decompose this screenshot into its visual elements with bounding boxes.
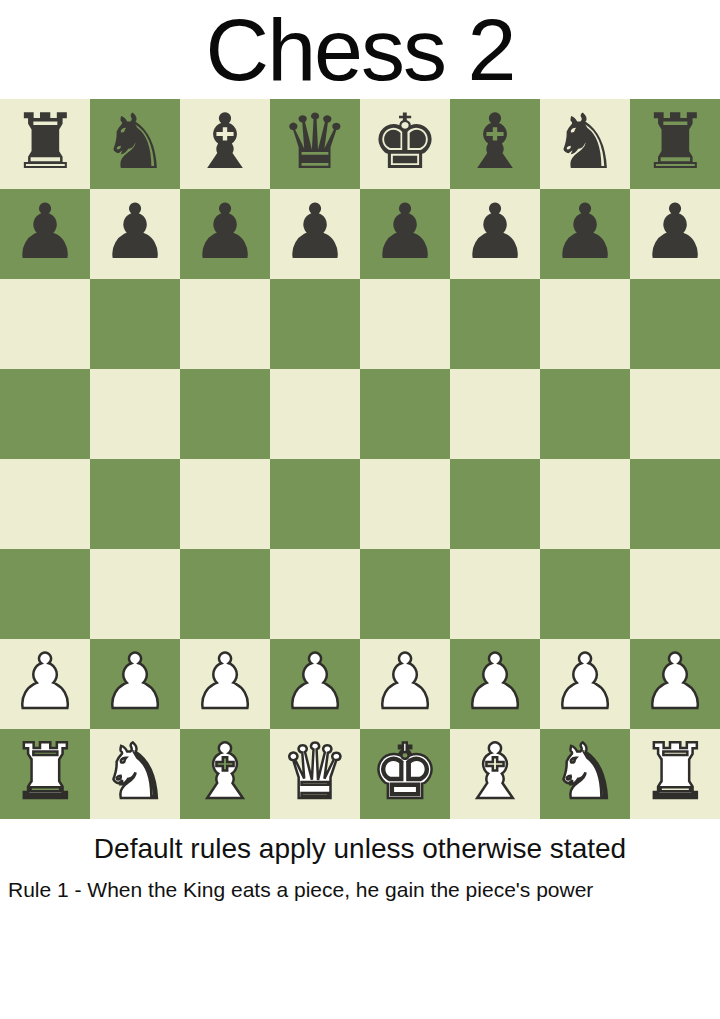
square-a3[interactable] (0, 549, 90, 639)
square-a1[interactable]: ♜ (0, 729, 90, 819)
piece-white-knight[interactable]: ♞ (551, 729, 619, 817)
square-e8[interactable]: ♚ (360, 99, 450, 189)
square-g5[interactable] (540, 369, 630, 459)
piece-black-pawn[interactable]: ♟ (281, 189, 349, 277)
piece-black-rook[interactable]: ♜ (11, 99, 79, 187)
square-c2[interactable]: ♟ (180, 639, 270, 729)
rule-1-text: Rule 1 - When the King eats a piece, he … (8, 878, 720, 902)
square-f4[interactable] (450, 459, 540, 549)
piece-black-knight[interactable]: ♞ (101, 99, 169, 187)
piece-white-rook[interactable]: ♜ (11, 729, 79, 817)
square-e5[interactable] (360, 369, 450, 459)
chess-board[interactable]: ♜♞♝♛♚♝♞♜♟♟♟♟♟♟♟♟♟♟♟♟♟♟♟♟♜♞♝♛♚♝♞♜ (0, 99, 720, 819)
piece-black-pawn[interactable]: ♟ (551, 189, 619, 277)
page-title: Chess 2 (0, 0, 720, 99)
square-a5[interactable] (0, 369, 90, 459)
square-g4[interactable] (540, 459, 630, 549)
square-d3[interactable] (270, 549, 360, 639)
square-c5[interactable] (180, 369, 270, 459)
square-f6[interactable] (450, 279, 540, 369)
square-h1[interactable]: ♜ (630, 729, 720, 819)
square-f5[interactable] (450, 369, 540, 459)
piece-black-pawn[interactable]: ♟ (461, 189, 529, 277)
square-d1[interactable]: ♛ (270, 729, 360, 819)
piece-white-queen[interactable]: ♛ (281, 729, 349, 817)
piece-white-king[interactable]: ♚ (371, 729, 439, 817)
square-c6[interactable] (180, 279, 270, 369)
square-h5[interactable] (630, 369, 720, 459)
piece-white-pawn[interactable]: ♟ (11, 639, 79, 727)
square-e4[interactable] (360, 459, 450, 549)
piece-black-pawn[interactable]: ♟ (641, 189, 709, 277)
piece-black-pawn[interactable]: ♟ (101, 189, 169, 277)
piece-black-king[interactable]: ♚ (371, 99, 439, 187)
piece-white-pawn[interactable]: ♟ (281, 639, 349, 727)
page: Chess 2 ♜♞♝♛♚♝♞♜♟♟♟♟♟♟♟♟♟♟♟♟♟♟♟♟♜♞♝♛♚♝♞♜… (0, 0, 720, 1019)
piece-white-knight[interactable]: ♞ (101, 729, 169, 817)
piece-black-bishop[interactable]: ♝ (461, 99, 529, 187)
square-e1[interactable]: ♚ (360, 729, 450, 819)
square-a8[interactable]: ♜ (0, 99, 90, 189)
square-d2[interactable]: ♟ (270, 639, 360, 729)
square-b1[interactable]: ♞ (90, 729, 180, 819)
square-b7[interactable]: ♟ (90, 189, 180, 279)
square-d6[interactable] (270, 279, 360, 369)
square-f2[interactable]: ♟ (450, 639, 540, 729)
square-h6[interactable] (630, 279, 720, 369)
square-c8[interactable]: ♝ (180, 99, 270, 189)
square-h8[interactable]: ♜ (630, 99, 720, 189)
square-a4[interactable] (0, 459, 90, 549)
piece-black-pawn[interactable]: ♟ (371, 189, 439, 277)
piece-white-pawn[interactable]: ♟ (191, 639, 259, 727)
square-f8[interactable]: ♝ (450, 99, 540, 189)
piece-white-pawn[interactable]: ♟ (551, 639, 619, 727)
square-b2[interactable]: ♟ (90, 639, 180, 729)
square-a6[interactable] (0, 279, 90, 369)
piece-white-pawn[interactable]: ♟ (101, 639, 169, 727)
square-g6[interactable] (540, 279, 630, 369)
square-d8[interactable]: ♛ (270, 99, 360, 189)
piece-black-pawn[interactable]: ♟ (11, 189, 79, 277)
square-d5[interactable] (270, 369, 360, 459)
square-h3[interactable] (630, 549, 720, 639)
square-d4[interactable] (270, 459, 360, 549)
piece-white-bishop[interactable]: ♝ (461, 729, 529, 817)
square-g3[interactable] (540, 549, 630, 639)
square-g1[interactable]: ♞ (540, 729, 630, 819)
square-a7[interactable]: ♟ (0, 189, 90, 279)
square-d7[interactable]: ♟ (270, 189, 360, 279)
square-h4[interactable] (630, 459, 720, 549)
square-b6[interactable] (90, 279, 180, 369)
piece-white-rook[interactable]: ♜ (641, 729, 709, 817)
square-c7[interactable]: ♟ (180, 189, 270, 279)
square-b5[interactable] (90, 369, 180, 459)
piece-black-queen[interactable]: ♛ (281, 99, 349, 187)
piece-black-knight[interactable]: ♞ (551, 99, 619, 187)
piece-white-pawn[interactable]: ♟ (461, 639, 529, 727)
square-c4[interactable] (180, 459, 270, 549)
square-b3[interactable] (90, 549, 180, 639)
piece-black-bishop[interactable]: ♝ (191, 99, 259, 187)
piece-black-rook[interactable]: ♜ (641, 99, 709, 187)
square-c1[interactable]: ♝ (180, 729, 270, 819)
square-h7[interactable]: ♟ (630, 189, 720, 279)
square-f1[interactable]: ♝ (450, 729, 540, 819)
default-rules-note: Default rules apply unless otherwise sta… (0, 833, 720, 865)
square-g2[interactable]: ♟ (540, 639, 630, 729)
square-a2[interactable]: ♟ (0, 639, 90, 729)
square-e3[interactable] (360, 549, 450, 639)
square-b8[interactable]: ♞ (90, 99, 180, 189)
square-b4[interactable] (90, 459, 180, 549)
square-f7[interactable]: ♟ (450, 189, 540, 279)
square-c3[interactable] (180, 549, 270, 639)
square-h2[interactable]: ♟ (630, 639, 720, 729)
square-g8[interactable]: ♞ (540, 99, 630, 189)
piece-white-pawn[interactable]: ♟ (371, 639, 439, 727)
square-g7[interactable]: ♟ (540, 189, 630, 279)
square-e2[interactable]: ♟ (360, 639, 450, 729)
piece-black-pawn[interactable]: ♟ (191, 189, 259, 277)
piece-white-pawn[interactable]: ♟ (641, 639, 709, 727)
square-e7[interactable]: ♟ (360, 189, 450, 279)
square-f3[interactable] (450, 549, 540, 639)
square-e6[interactable] (360, 279, 450, 369)
piece-white-bishop[interactable]: ♝ (191, 729, 259, 817)
